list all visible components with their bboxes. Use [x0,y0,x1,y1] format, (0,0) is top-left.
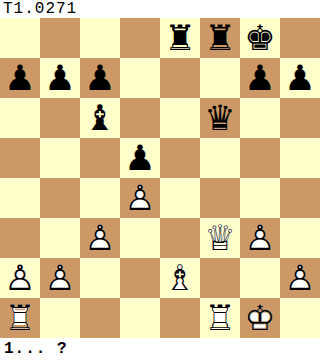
square-f4[interactable] [200,178,240,218]
square-d7[interactable] [120,58,160,98]
square-b3[interactable] [40,218,80,258]
square-a3[interactable] [0,218,40,258]
square-h1[interactable] [280,298,320,338]
square-f1[interactable]: ♜♖ [200,298,240,338]
square-d5[interactable]: ♟ [120,138,160,178]
square-c1[interactable] [80,298,120,338]
square-f6[interactable]: ♛ [200,98,240,138]
square-c7[interactable]: ♟ [80,58,120,98]
square-c2[interactable] [80,258,120,298]
square-h4[interactable] [280,178,320,218]
square-d6[interactable] [120,98,160,138]
square-a6[interactable] [0,98,40,138]
square-d1[interactable] [120,298,160,338]
square-b5[interactable] [40,138,80,178]
square-g5[interactable] [240,138,280,178]
square-g4[interactable] [240,178,280,218]
square-f7[interactable] [200,58,240,98]
square-b2[interactable]: ♟♙ [40,258,80,298]
square-g8[interactable]: ♚ [240,18,280,58]
square-d4[interactable]: ♟♙ [120,178,160,218]
square-f5[interactable] [200,138,240,178]
square-e1[interactable] [160,298,200,338]
square-f3[interactable]: ♛♕ [200,218,240,258]
square-c4[interactable] [80,178,120,218]
square-f8[interactable]: ♜ [200,18,240,58]
square-g6[interactable] [240,98,280,138]
square-f2[interactable] [200,258,240,298]
square-c6[interactable]: ♝ [80,98,120,138]
square-e7[interactable] [160,58,200,98]
square-b1[interactable] [40,298,80,338]
square-d3[interactable] [120,218,160,258]
square-g2[interactable] [240,258,280,298]
square-h7[interactable]: ♟ [280,58,320,98]
square-b7[interactable]: ♟ [40,58,80,98]
square-a8[interactable] [0,18,40,58]
square-e2[interactable]: ♝♗ [160,258,200,298]
square-a5[interactable] [0,138,40,178]
square-c5[interactable] [80,138,120,178]
chess-puzzle-window: T1.0271 ♜♜♚♟♟♟♟♟♝♛♟♟♙♟♙♛♕♟♙♟♙♟♙♝♗♟♙♜♖♜♖♚… [0,0,320,360]
square-c3[interactable]: ♟♙ [80,218,120,258]
square-d2[interactable] [120,258,160,298]
square-a1[interactable]: ♜♖ [0,298,40,338]
square-a4[interactable] [0,178,40,218]
square-e3[interactable] [160,218,200,258]
square-b8[interactable] [40,18,80,58]
square-g3[interactable]: ♟♙ [240,218,280,258]
square-e6[interactable] [160,98,200,138]
square-g1[interactable]: ♚♔ [240,298,280,338]
square-d8[interactable] [120,18,160,58]
square-b4[interactable] [40,178,80,218]
square-e8[interactable]: ♜ [160,18,200,58]
square-h6[interactable] [280,98,320,138]
square-h8[interactable] [280,18,320,58]
square-h3[interactable] [280,218,320,258]
square-a7[interactable]: ♟ [0,58,40,98]
square-a2[interactable]: ♟♙ [0,258,40,298]
square-e5[interactable] [160,138,200,178]
square-h2[interactable]: ♟♙ [280,258,320,298]
square-g7[interactable]: ♟ [240,58,280,98]
puzzle-id-label: T1.0271 [0,0,320,18]
square-e4[interactable] [160,178,200,218]
chess-board: ♜♜♚♟♟♟♟♟♝♛♟♟♙♟♙♛♕♟♙♟♙♟♙♝♗♟♙♜♖♜♖♚♔ [0,18,320,338]
square-b6[interactable] [40,98,80,138]
square-c8[interactable] [80,18,120,58]
move-prompt-label: 1... ? [0,338,320,360]
square-h5[interactable] [280,138,320,178]
